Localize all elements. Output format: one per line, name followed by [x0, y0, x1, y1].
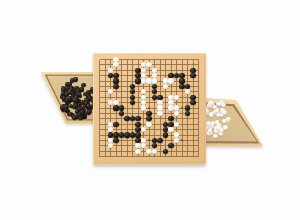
black-stone — [69, 87, 74, 92]
black-stone — [68, 112, 73, 117]
black-stone-heap[interactable] — [40, 71, 98, 124]
board-point[interactable] — [196, 154, 202, 159]
white-stone-tray[interactable] — [198, 95, 267, 149]
board-intersections — [97, 57, 202, 159]
black-stone — [87, 109, 92, 114]
go-game-scene — [0, 0, 300, 220]
white-stone — [209, 101, 214, 106]
white-stone — [223, 125, 228, 130]
black-stone — [77, 92, 82, 97]
black-stone — [72, 115, 77, 120]
white-stone — [215, 108, 220, 113]
white-stone — [217, 102, 222, 107]
white-stone — [213, 134, 218, 139]
white-stone — [222, 110, 227, 115]
black-stone — [70, 78, 75, 83]
white-stone — [221, 103, 226, 108]
black-stone — [79, 87, 84, 92]
black-stone — [67, 96, 72, 101]
black-stone — [62, 96, 67, 101]
white-stone — [226, 117, 231, 122]
white-stone-heap[interactable] — [198, 95, 267, 149]
black-stone — [73, 98, 78, 103]
go-board — [93, 53, 206, 164]
black-stone-tray[interactable] — [40, 71, 98, 124]
white-stone — [219, 128, 224, 133]
